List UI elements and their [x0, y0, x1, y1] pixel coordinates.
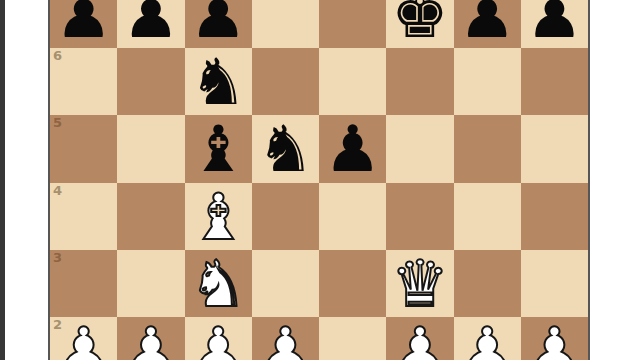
- square-e5[interactable]: ♟: [319, 115, 386, 182]
- square-e4[interactable]: [319, 183, 386, 250]
- piece-black-king-f7[interactable]: ♚: [391, 0, 448, 49]
- square-h5[interactable]: [521, 115, 588, 182]
- square-h7[interactable]: ♟: [521, 0, 588, 48]
- square-c6[interactable]: ♞: [185, 48, 252, 115]
- piece-white-pawn-h2[interactable]: ♟: [526, 318, 583, 360]
- square-g4[interactable]: [454, 183, 521, 250]
- rank-label-5: 5: [53, 116, 62, 129]
- square-b2[interactable]: ♟: [117, 317, 184, 360]
- square-h4[interactable]: [521, 183, 588, 250]
- piece-white-pawn-g2[interactable]: ♟: [458, 318, 515, 360]
- piece-black-bishop-c5[interactable]: ♝: [189, 116, 246, 183]
- square-h3[interactable]: [521, 250, 588, 317]
- square-d7[interactable]: [252, 0, 319, 48]
- square-a5[interactable]: 5: [50, 115, 117, 182]
- piece-black-pawn-c7[interactable]: ♟: [189, 0, 246, 49]
- square-b5[interactable]: [117, 115, 184, 182]
- square-c3[interactable]: ♞: [185, 250, 252, 317]
- rank-label-4: 4: [53, 184, 62, 197]
- square-e7[interactable]: [319, 0, 386, 48]
- square-a4[interactable]: 4: [50, 183, 117, 250]
- square-h2[interactable]: ♟: [521, 317, 588, 360]
- square-g2[interactable]: ♟: [454, 317, 521, 360]
- square-d5[interactable]: ♞: [252, 115, 319, 182]
- square-f5[interactable]: [386, 115, 453, 182]
- piece-white-queen-f3[interactable]: ♛: [391, 251, 448, 318]
- rank-label-6: 6: [53, 49, 62, 62]
- square-c5[interactable]: ♝: [185, 115, 252, 182]
- square-d3[interactable]: [252, 250, 319, 317]
- square-d4[interactable]: [252, 183, 319, 250]
- piece-black-pawn-h7[interactable]: ♟: [526, 0, 583, 49]
- piece-white-pawn-f2[interactable]: ♟: [391, 318, 448, 360]
- square-e6[interactable]: [319, 48, 386, 115]
- piece-black-pawn-g7[interactable]: ♟: [458, 0, 515, 49]
- square-f7[interactable]: ♚: [386, 0, 453, 48]
- square-a7[interactable]: 7♟: [50, 0, 117, 48]
- square-f4[interactable]: [386, 183, 453, 250]
- piece-black-pawn-a7[interactable]: ♟: [55, 0, 112, 49]
- square-c4[interactable]: ♝: [185, 183, 252, 250]
- piece-black-pawn-b7[interactable]: ♟: [122, 0, 179, 49]
- square-a2[interactable]: 2♟: [50, 317, 117, 360]
- square-b6[interactable]: [117, 48, 184, 115]
- square-g3[interactable]: [454, 250, 521, 317]
- square-b3[interactable]: [117, 250, 184, 317]
- square-f6[interactable]: [386, 48, 453, 115]
- piece-white-knight-c3[interactable]: ♞: [189, 251, 246, 318]
- piece-black-knight-c6[interactable]: ♞: [189, 49, 246, 116]
- square-g6[interactable]: [454, 48, 521, 115]
- square-b7[interactable]: ♟: [117, 0, 184, 48]
- piece-black-pawn-e5[interactable]: ♟: [324, 116, 381, 183]
- square-d6[interactable]: [252, 48, 319, 115]
- piece-white-pawn-d2[interactable]: ♟: [257, 318, 314, 360]
- piece-white-pawn-b2[interactable]: ♟: [122, 318, 179, 360]
- chess-board: 87♟♟♟♚♟♟6♞5♝♞♟4♝3♞♛2♟♟♟♟♟♟♟1: [48, 0, 590, 360]
- square-c7[interactable]: ♟: [185, 0, 252, 48]
- piece-white-bishop-c4[interactable]: ♝: [189, 184, 246, 251]
- square-f2[interactable]: ♟: [386, 317, 453, 360]
- square-c2[interactable]: ♟: [185, 317, 252, 360]
- window-edge-bar: [0, 0, 5, 360]
- square-f3[interactable]: ♛: [386, 250, 453, 317]
- piece-black-knight-d5[interactable]: ♞: [257, 116, 314, 183]
- screenshot-root: 87♟♟♟♚♟♟6♞5♝♞♟4♝3♞♛2♟♟♟♟♟♟♟1: [0, 0, 640, 360]
- piece-white-pawn-c2[interactable]: ♟: [189, 318, 246, 360]
- square-g7[interactable]: ♟: [454, 0, 521, 48]
- square-a6[interactable]: 6: [50, 48, 117, 115]
- square-h6[interactable]: [521, 48, 588, 115]
- piece-white-pawn-a2[interactable]: ♟: [55, 318, 112, 360]
- square-e2[interactable]: [319, 317, 386, 360]
- rank-label-3: 3: [53, 251, 62, 264]
- square-d2[interactable]: ♟: [252, 317, 319, 360]
- square-g5[interactable]: [454, 115, 521, 182]
- square-b4[interactable]: [117, 183, 184, 250]
- square-e3[interactable]: [319, 250, 386, 317]
- square-a3[interactable]: 3: [50, 250, 117, 317]
